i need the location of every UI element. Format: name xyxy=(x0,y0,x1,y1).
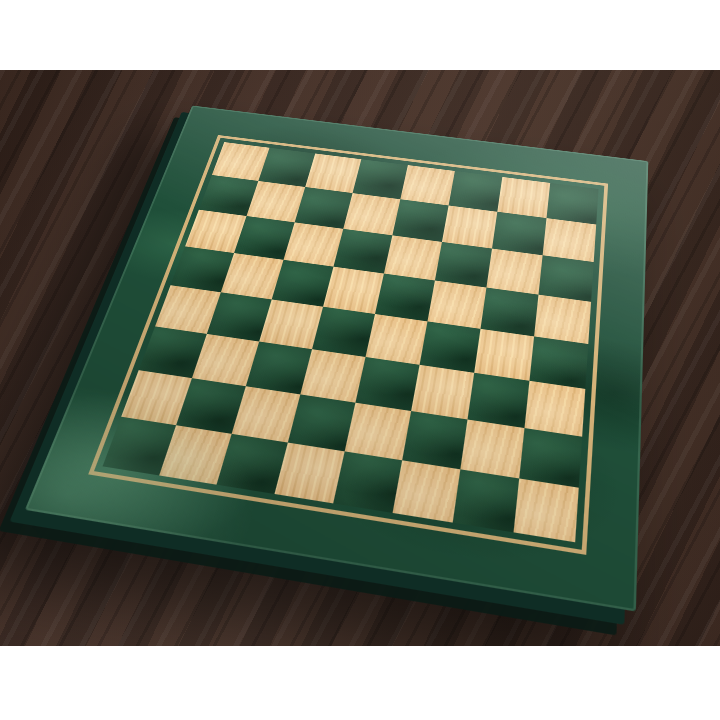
square-d6 xyxy=(333,229,392,274)
square-g5 xyxy=(481,288,539,337)
square-f1 xyxy=(393,460,461,522)
page: { "game": "chess", "position": "8/8/8/8/… xyxy=(0,0,720,720)
square-e2 xyxy=(345,403,411,461)
square-e3 xyxy=(355,357,419,411)
chess-board xyxy=(25,106,648,612)
square-f2 xyxy=(402,411,467,469)
white-letterbox-bottom xyxy=(0,646,720,720)
square-f3 xyxy=(411,365,474,420)
product-photo xyxy=(0,70,720,646)
square-e1 xyxy=(333,451,402,513)
square-d3 xyxy=(300,349,365,402)
square-g1 xyxy=(453,469,520,532)
square-h4 xyxy=(529,336,588,389)
square-h3 xyxy=(524,381,585,437)
square-g3 xyxy=(467,373,529,428)
white-letterbox-top xyxy=(0,0,720,70)
square-e5 xyxy=(375,274,435,322)
square-h2 xyxy=(519,428,582,488)
square-h1 xyxy=(514,478,579,542)
square-e6 xyxy=(384,235,442,280)
square-f4 xyxy=(420,321,481,372)
square-d4 xyxy=(312,307,375,357)
square-d5 xyxy=(323,267,384,314)
square-g2 xyxy=(460,419,524,478)
square-e4 xyxy=(366,314,428,365)
square-d2 xyxy=(288,394,356,451)
square-g4 xyxy=(474,329,534,381)
square-f5 xyxy=(427,280,486,328)
